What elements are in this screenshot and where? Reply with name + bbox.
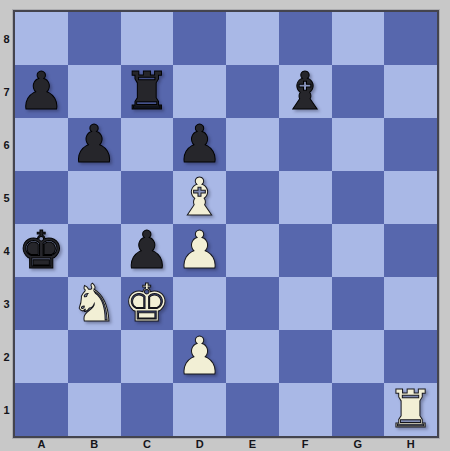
square-e7[interactable] [226, 65, 279, 118]
square-a6[interactable] [15, 118, 68, 171]
square-c7[interactable]: ♜ [121, 65, 174, 118]
square-b2[interactable] [68, 330, 121, 383]
square-e8[interactable] [226, 12, 279, 65]
square-f5[interactable] [279, 171, 332, 224]
square-h1[interactable]: ♜ [384, 383, 437, 436]
rank-label-7: 7 [0, 65, 13, 118]
rank-label-8: 8 [0, 12, 13, 65]
square-g4[interactable] [332, 224, 385, 277]
square-h7[interactable] [384, 65, 437, 118]
square-f1[interactable] [279, 383, 332, 436]
square-c6[interactable] [121, 118, 174, 171]
square-b6[interactable]: ♟ [68, 118, 121, 171]
square-a1[interactable] [15, 383, 68, 436]
square-f4[interactable] [279, 224, 332, 277]
square-f6[interactable] [279, 118, 332, 171]
piece-black-pawn[interactable]: ♟ [124, 224, 171, 276]
piece-black-rook[interactable]: ♜ [124, 65, 171, 117]
rank-label-6: 6 [0, 118, 13, 171]
square-d6[interactable]: ♟ [173, 118, 226, 171]
piece-white-pawn[interactable]: ♟ [176, 330, 223, 382]
square-g7[interactable] [332, 65, 385, 118]
square-b8[interactable] [68, 12, 121, 65]
square-g6[interactable] [332, 118, 385, 171]
rank-label-3: 3 [0, 277, 13, 330]
file-label-c: C [121, 437, 174, 451]
piece-white-rook[interactable]: ♜ [387, 383, 434, 435]
square-h3[interactable] [384, 277, 437, 330]
file-label-b: B [68, 437, 121, 451]
square-h2[interactable] [384, 330, 437, 383]
square-e6[interactable] [226, 118, 279, 171]
square-e2[interactable] [226, 330, 279, 383]
square-f7[interactable]: ♝ [279, 65, 332, 118]
square-a2[interactable] [15, 330, 68, 383]
file-label-d: D [173, 437, 226, 451]
piece-white-pawn[interactable]: ♟ [176, 224, 223, 276]
rank-label-1: 1 [0, 383, 13, 436]
square-a4[interactable]: ♚ [15, 224, 68, 277]
piece-black-king[interactable]: ♚ [18, 224, 65, 276]
square-h5[interactable] [384, 171, 437, 224]
rank-label-2: 2 [0, 330, 13, 383]
file-label-a: A [15, 437, 68, 451]
square-d8[interactable] [173, 12, 226, 65]
square-c8[interactable] [121, 12, 174, 65]
square-f2[interactable] [279, 330, 332, 383]
square-h8[interactable] [384, 12, 437, 65]
rank-labels: 8 7 6 5 4 3 2 1 [0, 12, 13, 436]
square-a8[interactable] [15, 12, 68, 65]
file-label-f: F [279, 437, 332, 451]
piece-black-pawn[interactable]: ♟ [176, 118, 223, 170]
square-g2[interactable] [332, 330, 385, 383]
piece-white-king[interactable]: ♚ [124, 277, 171, 329]
rank-label-5: 5 [0, 171, 13, 224]
file-label-g: G [332, 437, 385, 451]
square-e4[interactable] [226, 224, 279, 277]
square-c1[interactable] [121, 383, 174, 436]
square-e1[interactable] [226, 383, 279, 436]
square-e5[interactable] [226, 171, 279, 224]
square-b3[interactable]: ♞ [68, 277, 121, 330]
square-a7[interactable]: ♟ [15, 65, 68, 118]
square-b7[interactable] [68, 65, 121, 118]
square-b5[interactable] [68, 171, 121, 224]
square-e3[interactable] [226, 277, 279, 330]
square-d2[interactable]: ♟ [173, 330, 226, 383]
square-d3[interactable] [173, 277, 226, 330]
piece-black-pawn[interactable]: ♟ [71, 118, 118, 170]
square-c5[interactable] [121, 171, 174, 224]
square-c2[interactable] [121, 330, 174, 383]
square-a5[interactable] [15, 171, 68, 224]
square-b1[interactable] [68, 383, 121, 436]
square-d7[interactable] [173, 65, 226, 118]
square-g1[interactable] [332, 383, 385, 436]
chess-board: ♟♜♝♟♟♝♚♟♟♞♚♟♜ [13, 10, 439, 438]
square-d1[interactable] [173, 383, 226, 436]
square-f3[interactable] [279, 277, 332, 330]
square-h4[interactable] [384, 224, 437, 277]
square-g8[interactable] [332, 12, 385, 65]
square-a3[interactable] [15, 277, 68, 330]
file-label-h: H [384, 437, 437, 451]
square-f8[interactable] [279, 12, 332, 65]
piece-white-knight[interactable]: ♞ [71, 277, 118, 329]
square-d5[interactable]: ♝ [173, 171, 226, 224]
square-c3[interactable]: ♚ [121, 277, 174, 330]
square-d4[interactable]: ♟ [173, 224, 226, 277]
piece-black-bishop[interactable]: ♝ [282, 65, 329, 117]
square-b4[interactable] [68, 224, 121, 277]
piece-black-pawn[interactable]: ♟ [18, 65, 65, 117]
rank-label-4: 4 [0, 224, 13, 277]
file-label-e: E [226, 437, 279, 451]
square-g5[interactable] [332, 171, 385, 224]
square-h6[interactable] [384, 118, 437, 171]
square-g3[interactable] [332, 277, 385, 330]
piece-white-bishop[interactable]: ♝ [176, 171, 223, 223]
file-labels: A B C D E F G H [15, 437, 437, 451]
square-c4[interactable]: ♟ [121, 224, 174, 277]
